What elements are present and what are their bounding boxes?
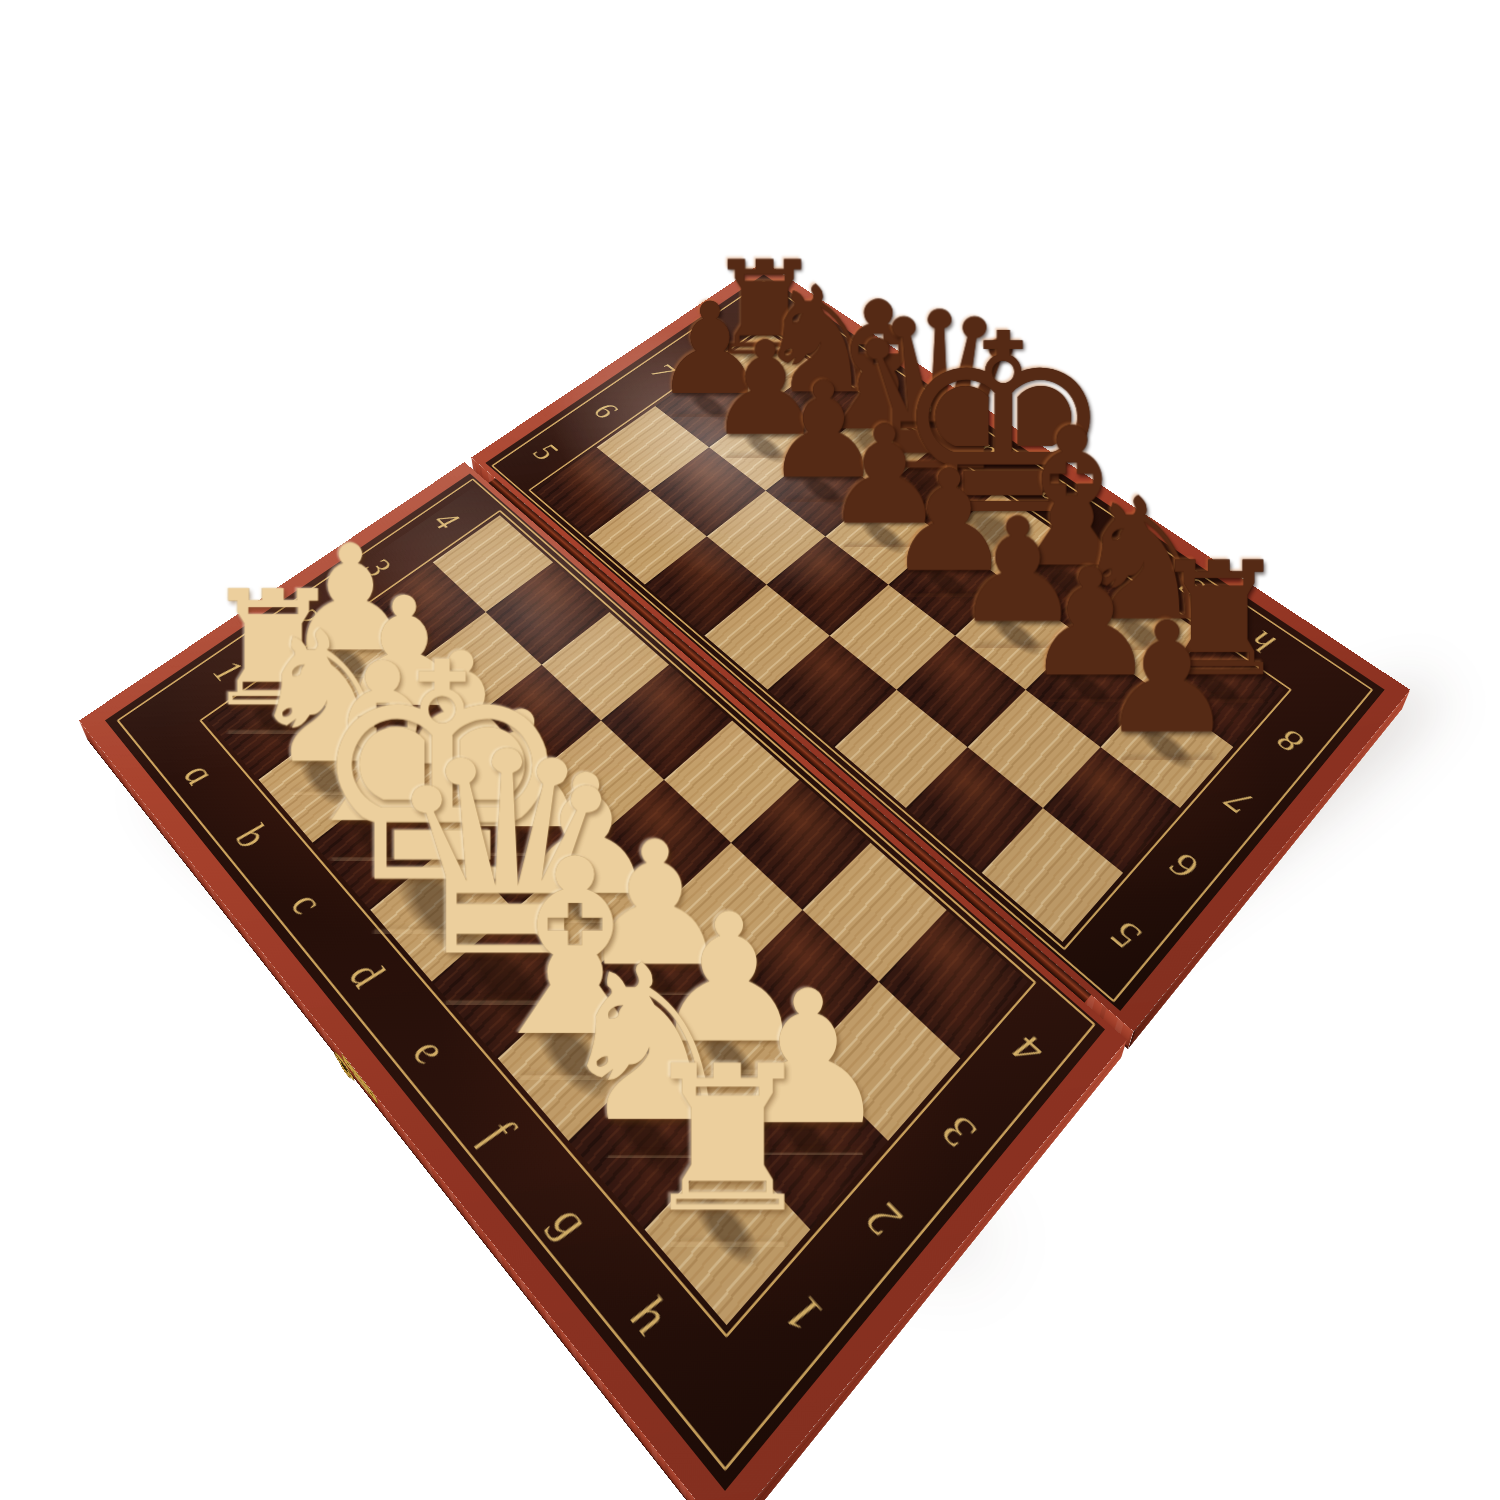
product-photo-stage: abcdefgh88776655 abcdefgh44332211 [0, 0, 1500, 1500]
chess-board: abcdefgh88776655 abcdefgh44332211 [79, 261, 1410, 1500]
piece-black-pawn-h7[interactable]: ♟ [1090, 601, 1243, 754]
piece-white-rook-h1[interactable]: ♜ [627, 1038, 829, 1240]
photo-scene: abcdefgh88776655 abcdefgh44332211 [0, 0, 1500, 1500]
pieces-layer: ♜♞♝♚♛♝♞♜♟♟♟♟♟♟♟♟♜♞♝♛♚♝♞♜♟♟♟♟♟♟♟♟ [79, 261, 1410, 1500]
